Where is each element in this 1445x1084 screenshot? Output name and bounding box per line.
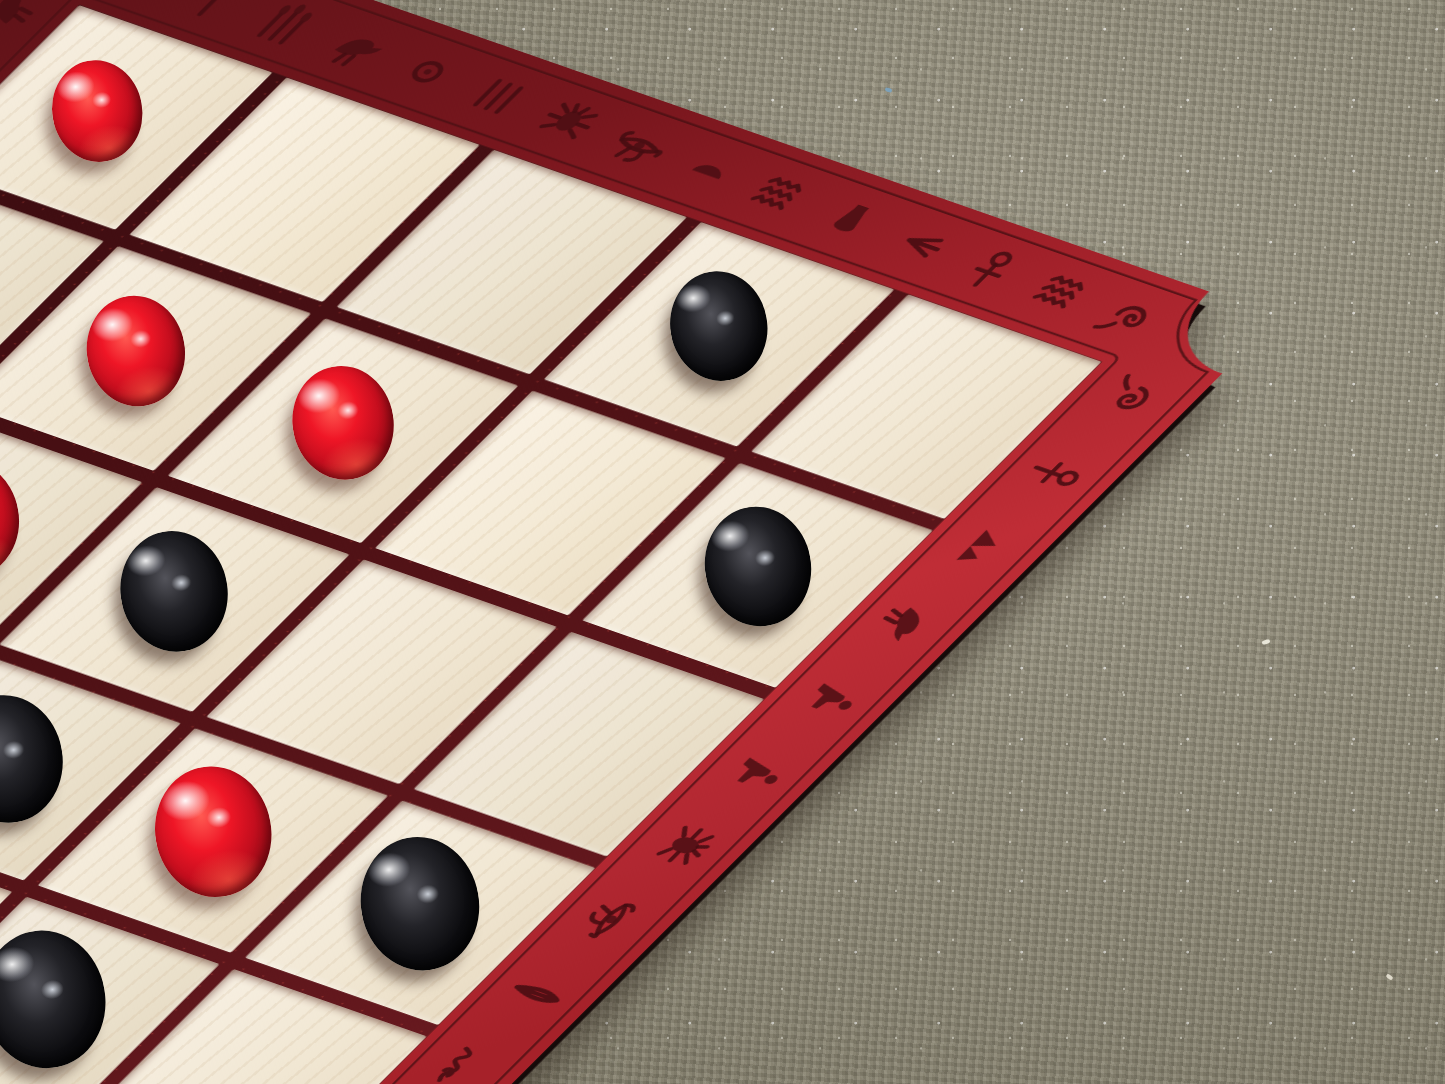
photo-scene xyxy=(0,0,1445,1084)
